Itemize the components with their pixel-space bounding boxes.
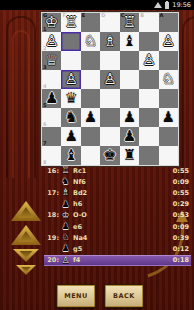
wood-frame-left xyxy=(6,16,36,178)
square-b6[interactable] xyxy=(139,108,158,127)
move-piece-icon: ♘ xyxy=(59,233,72,242)
square-b4[interactable] xyxy=(139,70,158,89)
file-label: D xyxy=(101,13,105,18)
move-row[interactable]: 17:♗Bd20:55 xyxy=(44,187,191,198)
square-e1[interactable]: E xyxy=(81,13,100,32)
white-queen: ♕ xyxy=(45,53,58,68)
square-g4[interactable]: 4 xyxy=(42,70,61,89)
move-piece-icon: ♞ xyxy=(59,177,72,186)
square-d2[interactable]: ♗ xyxy=(100,32,119,51)
file-label: A xyxy=(160,13,164,18)
white-pawn: ♙ xyxy=(64,72,77,87)
move-number: 20: xyxy=(44,256,59,264)
black-pawn: ♟ xyxy=(84,110,97,125)
square-a2[interactable]: ♙ xyxy=(159,32,178,51)
black-pawn: ♟ xyxy=(123,110,136,125)
move-number: 19: xyxy=(44,234,59,242)
status-bar: 19:56 xyxy=(0,0,194,10)
white-rook: ♖ xyxy=(123,15,136,30)
status-time: 19:56 xyxy=(172,0,191,10)
square-f4[interactable]: ♙ xyxy=(61,70,80,89)
white-rook: ♖ xyxy=(64,15,77,30)
square-d5[interactable] xyxy=(100,89,119,108)
move-list: 16:♖Rc10:55♞Nf60:0917:♗Bd20:55♟h60:2918:… xyxy=(44,165,191,266)
square-e2[interactable]: ♘ xyxy=(81,32,100,51)
move-time: 0:12 xyxy=(167,245,191,253)
square-e4[interactable] xyxy=(81,70,100,89)
move-row[interactable]: 19:♘Na40:39 xyxy=(44,232,191,243)
square-c4[interactable] xyxy=(120,70,139,89)
file-label: G xyxy=(43,13,47,18)
square-c1[interactable]: C♖ xyxy=(120,13,139,32)
move-time: 0:55 xyxy=(167,167,191,175)
move-row[interactable]: 16:♖Rc10:55 xyxy=(44,165,191,176)
move-san: e6 xyxy=(72,223,167,231)
square-b7[interactable] xyxy=(139,127,158,146)
square-d4[interactable]: ♙ xyxy=(100,70,119,89)
square-c8[interactable]: ♜ xyxy=(120,146,139,165)
square-a3[interactable] xyxy=(159,51,178,70)
move-time: 0:29 xyxy=(167,200,191,208)
move-san: g5 xyxy=(72,245,167,253)
move-number: 18: xyxy=(44,211,59,219)
square-a5[interactable] xyxy=(159,89,178,108)
nav-forward-button[interactable] xyxy=(13,249,39,262)
black-pawn: ♟ xyxy=(123,129,136,144)
chess-board: G1♔F♖EDC♖BA2♙♘♗♝♙3♕♙4♙♙♘5♟♛6♞♟♟♟7♟♟8♝♚♜ xyxy=(41,12,179,166)
black-bishop: ♝ xyxy=(123,34,136,49)
move-row[interactable]: ♟h60:29 xyxy=(44,199,191,210)
wood-frame-left-inner xyxy=(12,30,30,178)
move-row[interactable]: 18:♔O-O0:53 xyxy=(44,210,191,221)
white-pawn: ♙ xyxy=(45,34,58,49)
square-a6[interactable]: ♟ xyxy=(159,108,178,127)
move-time: 0:39 xyxy=(167,234,191,242)
square-g5[interactable]: 5♟ xyxy=(42,89,61,108)
square-g8[interactable]: 8 xyxy=(42,146,61,165)
square-f6[interactable]: ♞ xyxy=(61,108,80,127)
black-pawn: ♟ xyxy=(162,110,175,125)
move-san: h6 xyxy=(72,200,167,208)
square-b5[interactable] xyxy=(139,89,158,108)
white-bishop: ♗ xyxy=(103,34,116,49)
move-piece-icon: ♖ xyxy=(59,166,72,175)
square-d7[interactable] xyxy=(100,127,119,146)
move-san: Na4 xyxy=(72,234,167,242)
square-f7[interactable]: ♟ xyxy=(61,127,80,146)
move-row[interactable]: ♞Nf60:09 xyxy=(44,176,191,187)
square-f2[interactable] xyxy=(61,32,80,51)
square-a8[interactable] xyxy=(159,146,178,165)
square-d3[interactable] xyxy=(100,51,119,70)
move-time: 0:55 xyxy=(167,189,191,197)
move-row-current[interactable]: 20:♙f40:18 xyxy=(44,255,191,266)
move-time: 0:53 xyxy=(167,211,191,219)
square-c3[interactable] xyxy=(120,51,139,70)
file-label: E xyxy=(82,13,85,18)
move-piece-icon: ♟ xyxy=(59,222,72,231)
black-bishop: ♝ xyxy=(64,148,77,163)
square-f8[interactable]: ♝ xyxy=(61,146,80,165)
move-san: Bd2 xyxy=(72,189,167,197)
nav-back-fast-button[interactable] xyxy=(11,201,41,221)
black-pawn: ♟ xyxy=(64,129,77,144)
square-e3[interactable] xyxy=(81,51,100,70)
square-g2[interactable]: 2♙ xyxy=(42,32,61,51)
battery-icon xyxy=(165,2,169,9)
square-a4[interactable]: ♘ xyxy=(159,70,178,89)
chess-app-screen: 19:56 G1♔F♖EDC♖BA2♙♘♗♝♙3♕♙4♙♙♘5♟♛6♞♟♟♟7♟… xyxy=(0,0,194,310)
move-piece-icon: ♟ xyxy=(59,200,72,209)
move-number: 16: xyxy=(44,167,59,175)
move-navigation xyxy=(9,201,43,275)
square-d1[interactable]: D xyxy=(100,13,119,32)
square-g7[interactable]: 7 xyxy=(42,127,61,146)
move-san: Rc1 xyxy=(72,167,167,175)
move-time: 0:18 xyxy=(167,256,191,264)
square-c6[interactable]: ♟ xyxy=(120,108,139,127)
white-pawn: ♙ xyxy=(142,53,155,68)
white-pawn: ♙ xyxy=(162,34,175,49)
square-f1[interactable]: F♖ xyxy=(61,13,80,32)
square-g6[interactable]: 6 xyxy=(42,108,61,127)
white-knight: ♘ xyxy=(162,72,175,87)
black-pawn: ♟ xyxy=(45,91,58,106)
square-e8[interactable] xyxy=(81,146,100,165)
square-g3[interactable]: 3♕ xyxy=(42,51,61,70)
black-knight: ♞ xyxy=(64,110,77,125)
square-c7[interactable]: ♟ xyxy=(120,127,139,146)
square-e6[interactable]: ♟ xyxy=(81,108,100,127)
square-f3[interactable] xyxy=(61,51,80,70)
square-e7[interactable] xyxy=(81,127,100,146)
move-san: f4 xyxy=(72,256,167,264)
square-b3[interactable]: ♙ xyxy=(139,51,158,70)
move-row[interactable]: ♟g50:12 xyxy=(44,243,191,254)
move-time: 0:09 xyxy=(167,223,191,231)
black-queen: ♛ xyxy=(64,91,77,106)
square-d6[interactable] xyxy=(100,108,119,127)
square-a1[interactable]: A xyxy=(159,13,178,32)
move-san: Nf6 xyxy=(72,178,167,186)
square-f5[interactable]: ♛ xyxy=(61,89,80,108)
wifi-icon xyxy=(154,2,162,8)
square-b2[interactable] xyxy=(139,32,158,51)
move-piece-icon: ♗ xyxy=(59,188,72,197)
menu-button[interactable]: MENU xyxy=(56,284,96,308)
square-a7[interactable] xyxy=(159,127,178,146)
square-e5[interactable] xyxy=(81,89,100,108)
move-piece-icon: ♟ xyxy=(59,244,72,253)
square-b8[interactable] xyxy=(139,146,158,165)
square-g1[interactable]: G1♔ xyxy=(42,13,61,32)
move-row[interactable]: ♟e60:09 xyxy=(44,221,191,232)
wood-frame-right xyxy=(182,16,194,178)
move-san: O-O xyxy=(72,211,167,219)
move-piece-icon: ♔ xyxy=(59,211,72,220)
square-d8[interactable]: ♚ xyxy=(100,146,119,165)
nav-back-button[interactable] xyxy=(11,225,41,245)
move-piece-icon: ♙ xyxy=(59,256,72,265)
move-time: 0:09 xyxy=(167,178,191,186)
square-b1[interactable]: B xyxy=(139,13,158,32)
file-label: B xyxy=(140,13,144,18)
black-rook: ♜ xyxy=(123,148,136,163)
file-label: F xyxy=(62,13,65,18)
move-number: 17: xyxy=(44,189,59,197)
back-button[interactable]: BACK xyxy=(104,284,144,308)
file-label: C xyxy=(121,13,125,18)
black-king: ♚ xyxy=(103,148,116,163)
nav-forward-fast-button[interactable] xyxy=(16,265,36,275)
square-c2[interactable]: ♝ xyxy=(120,32,139,51)
square-c5[interactable] xyxy=(120,89,139,108)
white-knight: ♘ xyxy=(84,34,97,49)
white-pawn: ♙ xyxy=(103,72,116,87)
